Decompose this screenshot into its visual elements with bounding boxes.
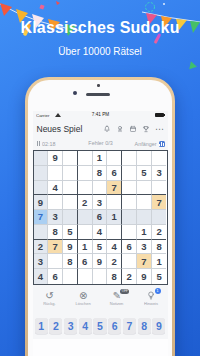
cell-r9c6[interactable]: 8 <box>107 269 122 284</box>
cell-r8c8[interactable]: 7 <box>137 254 152 269</box>
status-bar: Carrier 7:41 PM <box>33 111 168 119</box>
difficulty: Anfänger <box>120 137 165 150</box>
cell-r2c1[interactable] <box>34 166 49 181</box>
cell-r6c4[interactable] <box>78 225 93 240</box>
cell-r7c6[interactable]: 4 <box>107 240 122 255</box>
calendar-icon[interactable] <box>129 125 137 133</box>
cell-r5c1[interactable]: 7 <box>34 210 49 225</box>
cell-r1c3[interactable] <box>63 151 78 166</box>
numpad-4[interactable]: 4 <box>79 318 92 334</box>
numpad-8[interactable]: 8 <box>138 318 151 334</box>
cell-r8c3[interactable]: 8 <box>63 254 78 269</box>
cell-r4c3[interactable] <box>63 195 78 210</box>
cell-r2c8[interactable]: 5 <box>137 166 152 181</box>
cell-r4c4[interactable]: 2 <box>78 195 93 210</box>
cell-r4c6[interactable] <box>107 195 122 210</box>
cell-r9c5[interactable] <box>93 269 108 284</box>
cell-r2c5[interactable]: 8 <box>93 166 108 181</box>
app-screen: Carrier 7:41 PM Neues Spiel <box>33 111 168 356</box>
numpad-7[interactable]: 7 <box>123 318 136 334</box>
page-title: Neues Spiel <box>37 124 83 134</box>
cell-r2c6[interactable]: 6 <box>107 166 122 181</box>
erase-button[interactable]: ⊗ Löschen <box>66 290 100 306</box>
numpad-9[interactable]: 9 <box>152 318 165 334</box>
cell-r4c5[interactable]: 3 <box>93 195 108 210</box>
hint-button[interactable]: 1 Hinweis <box>134 290 168 306</box>
cell-r1c7[interactable] <box>122 151 137 166</box>
cell-r3c3[interactable] <box>63 181 78 196</box>
cell-r3c2[interactable]: 4 <box>48 181 63 196</box>
cell-r5c7[interactable] <box>122 210 137 225</box>
screen-bottom <box>33 339 168 356</box>
battery-icon <box>155 113 164 117</box>
cell-r7c9[interactable]: 8 <box>152 240 167 255</box>
cell-r8c6[interactable]: 2 <box>107 254 122 269</box>
phone-mockup: Carrier 7:41 PM Neues Spiel <box>25 77 175 356</box>
cell-r8c1[interactable]: 3 <box>34 254 49 269</box>
cell-r7c4[interactable]: 1 <box>78 240 93 255</box>
cell-r8c9[interactable]: 1 <box>152 254 167 269</box>
undo-button[interactable]: ↺ Rückg. <box>33 290 67 306</box>
wifi-icon <box>55 113 61 117</box>
cell-r7c2[interactable]: 7 <box>48 240 63 255</box>
cell-r1c6[interactable] <box>107 151 122 166</box>
cell-r6c1[interactable] <box>34 225 49 240</box>
banner-subtitle: Über 10000 Rätsel <box>0 46 200 57</box>
game-toolbar: ↺ Rückg. ⊗ Löschen ✎ OFF Notizen <box>33 290 168 306</box>
cell-r1c2[interactable]: 9 <box>48 151 63 166</box>
cell-r6c3[interactable]: 5 <box>63 225 78 240</box>
promo-screenshot: Klassisches Sudoku Über 10000 Rätsel Car… <box>0 0 200 356</box>
cell-r2c7[interactable] <box>122 166 137 181</box>
pause-icon <box>37 141 38 146</box>
difficulty-label: Anfänger <box>135 141 157 147</box>
numpad-5[interactable]: 5 <box>93 318 106 334</box>
hint-icon: 1 <box>146 290 156 301</box>
cell-r3c5[interactable] <box>93 181 108 196</box>
cell-r5c6[interactable]: 1 <box>107 210 122 225</box>
cell-r7c8[interactable]: 3 <box>137 240 152 255</box>
cell-r5c4[interactable] <box>78 210 93 225</box>
cell-r6c5[interactable]: 4 <box>93 225 108 240</box>
numpad-6[interactable]: 6 <box>108 318 121 334</box>
cell-r1c8[interactable] <box>137 151 152 166</box>
notes-icon: ✎ OFF <box>113 290 121 301</box>
clock-label: 7:41 PM <box>61 113 139 118</box>
phone-face: Carrier 7:41 PM Neues Spiel <box>28 80 172 356</box>
cell-r6c6[interactable] <box>107 225 122 240</box>
cell-r5c5[interactable]: 6 <box>93 210 108 225</box>
cell-r1c9[interactable] <box>152 151 167 166</box>
cell-r3c7[interactable] <box>122 181 137 196</box>
numpad-3[interactable]: 3 <box>64 318 77 334</box>
earpiece-speaker <box>86 93 110 96</box>
cell-r3c8[interactable] <box>137 181 152 196</box>
cell-r6c2[interactable]: 8 <box>48 225 63 240</box>
erase-icon: ⊗ <box>79 290 87 301</box>
undo-icon: ↺ <box>45 290 53 301</box>
bell-icon[interactable] <box>103 125 111 133</box>
numpad-2[interactable]: 2 <box>49 318 62 334</box>
cell-r7c1[interactable]: 2 <box>34 240 49 255</box>
cell-r9c2[interactable]: 6 <box>48 269 63 284</box>
trophy-icon[interactable] <box>142 125 150 133</box>
hint-count-badge: 1 <box>155 288 161 294</box>
medal-icon[interactable] <box>116 125 124 133</box>
cell-r4c9[interactable]: 7 <box>152 195 167 210</box>
cell-r7c3[interactable]: 9 <box>63 240 78 255</box>
cell-r7c5[interactable]: 5 <box>93 240 108 255</box>
timer-label: 02:18 <box>42 141 56 147</box>
cell-r1c1[interactable] <box>34 151 49 166</box>
cell-r3c1[interactable] <box>34 181 49 196</box>
cell-r3c9[interactable] <box>152 181 167 196</box>
more-icon[interactable]: ⋯ <box>155 125 165 133</box>
cell-r5c3[interactable] <box>63 210 78 225</box>
cell-r8c2[interactable] <box>48 254 63 269</box>
cell-r5c2[interactable]: 3 <box>48 210 63 225</box>
cell-r9c4[interactable] <box>78 269 93 284</box>
app-header: Neues Spiel ⋯ <box>33 119 168 137</box>
cell-r7c7[interactable]: 6 <box>122 240 137 255</box>
numpad-1[interactable]: 1 <box>35 318 48 334</box>
confetti-triangle-green <box>189 61 198 70</box>
cell-r8c7[interactable] <box>122 254 137 269</box>
cell-r3c6[interactable]: 7 <box>107 181 122 196</box>
cell-r6c7[interactable] <box>122 225 137 240</box>
cell-r4c1[interactable]: 9 <box>34 195 49 210</box>
banner-title: Klassisches Sudoku <box>0 19 200 37</box>
cell-r9c3[interactable] <box>63 269 78 284</box>
cell-r4c7[interactable] <box>122 195 137 210</box>
cell-r2c9[interactable]: 3 <box>152 166 167 181</box>
cell-r2c4[interactable] <box>78 166 93 181</box>
cell-r6c8[interactable]: 1 <box>137 225 152 240</box>
cell-r2c3[interactable] <box>63 166 78 181</box>
front-camera <box>73 91 77 95</box>
cell-r1c4[interactable] <box>78 151 93 166</box>
difficulty-icon <box>159 141 165 147</box>
cell-r5c9[interactable] <box>152 210 167 225</box>
cell-r8c4[interactable]: 6 <box>78 254 93 269</box>
cell-r4c8[interactable] <box>137 195 152 210</box>
carrier-label: Carrier <box>36 113 49 118</box>
info-bar: 02:18 Fehler 0/3 Anfänger <box>33 137 168 150</box>
notes-button[interactable]: ✎ OFF Notizen <box>100 290 134 306</box>
cell-r1c5[interactable]: 1 <box>93 151 108 166</box>
notes-toggle-badge: OFF <box>120 289 129 294</box>
cell-r2c2[interactable] <box>48 166 63 181</box>
cell-r8c5[interactable]: 9 <box>93 254 108 269</box>
cell-r4c2[interactable] <box>48 195 63 210</box>
cell-r3c4[interactable] <box>78 181 93 196</box>
sensor-dot <box>97 84 100 87</box>
sudoku-grid: 9186534792377361854122791546383869271468… <box>33 150 168 285</box>
cell-r9c8[interactable]: 9 <box>137 269 152 284</box>
cell-r5c8[interactable] <box>137 210 152 225</box>
cell-r6c9[interactable]: 2 <box>152 225 167 240</box>
cell-r9c9[interactable]: 5 <box>152 269 167 284</box>
cell-r9c1[interactable]: 4 <box>34 269 49 284</box>
cell-r9c7[interactable]: 2 <box>122 269 137 284</box>
number-pad: 123456789 <box>35 318 166 334</box>
